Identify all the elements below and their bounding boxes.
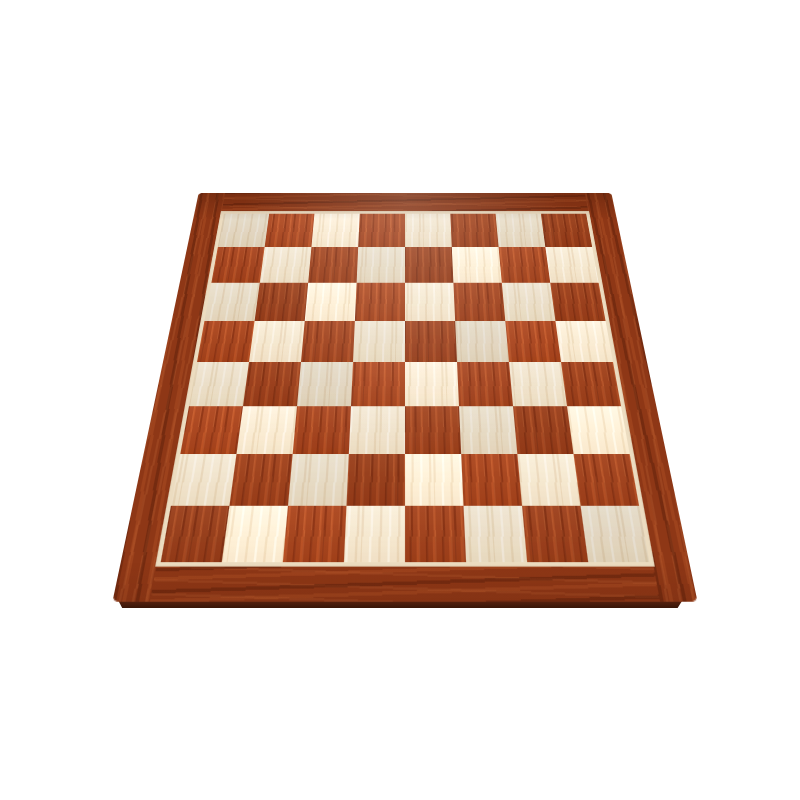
board-square-c2 <box>288 454 349 506</box>
board-square-f1 <box>464 506 528 562</box>
board-square-b3 <box>236 406 297 454</box>
board-square-f8 <box>450 214 498 247</box>
board-square-d7 <box>357 247 405 283</box>
board-square-d3 <box>349 406 405 454</box>
board-square-e7 <box>405 247 453 283</box>
board-square-a6 <box>204 283 259 321</box>
board-square-b8 <box>265 214 315 247</box>
board-square-h6 <box>550 283 605 321</box>
board-square-c3 <box>293 406 351 454</box>
board-square-b7 <box>260 247 312 283</box>
board-square-g6 <box>502 283 556 321</box>
board-square-g7 <box>499 247 551 283</box>
board-square-a5 <box>197 321 255 362</box>
board-square-e8 <box>405 214 452 247</box>
board-square-d4 <box>351 362 405 406</box>
board-square-b5 <box>249 321 305 362</box>
board-square-h2 <box>574 454 640 506</box>
board-square-f6 <box>453 283 505 321</box>
board-square-c8 <box>311 214 359 247</box>
board-square-e2 <box>405 454 464 506</box>
board-square-d1 <box>344 506 405 562</box>
board-square-d5 <box>353 321 405 362</box>
board-square-e3 <box>405 406 461 454</box>
board-square-c6 <box>305 283 357 321</box>
board-square-g2 <box>517 454 580 506</box>
board-square-b2 <box>229 454 292 506</box>
board-square-e6 <box>405 283 455 321</box>
board-square-f5 <box>455 321 509 362</box>
board-square-f7 <box>452 247 502 283</box>
board-square-e4 <box>405 362 459 406</box>
board-square-a7 <box>211 247 264 283</box>
chess-board <box>112 193 697 602</box>
board-square-c1 <box>283 506 347 562</box>
board-square-h8 <box>541 214 592 247</box>
board-square-b1 <box>222 506 288 562</box>
board-square-g4 <box>509 362 567 406</box>
board-square-a4 <box>189 362 249 406</box>
board-square-f4 <box>457 362 513 406</box>
board-square-a8 <box>218 214 269 247</box>
board-square-g5 <box>505 321 561 362</box>
board-square-h3 <box>567 406 630 454</box>
board-square-g1 <box>522 506 588 562</box>
board-square-b6 <box>255 283 309 321</box>
board-square-d2 <box>346 454 405 506</box>
board-square-f3 <box>459 406 517 454</box>
board-square-c4 <box>297 362 353 406</box>
board-square-b4 <box>243 362 301 406</box>
board-square-h4 <box>561 362 621 406</box>
board-grid <box>161 214 650 562</box>
board-square-a1 <box>161 506 230 562</box>
board-square-h1 <box>581 506 650 562</box>
photo-background <box>0 0 800 800</box>
board-square-a2 <box>171 454 237 506</box>
board-square-a3 <box>180 406 243 454</box>
board-square-e1 <box>405 506 466 562</box>
board-square-c7 <box>308 247 358 283</box>
board-square-f2 <box>461 454 522 506</box>
board-square-h7 <box>545 247 598 283</box>
board-square-c5 <box>301 321 355 362</box>
board-square-e5 <box>405 321 457 362</box>
board-square-h5 <box>555 321 613 362</box>
board-square-d6 <box>355 283 405 321</box>
board-square-g8 <box>496 214 546 247</box>
board-square-d8 <box>358 214 405 247</box>
board-square-g3 <box>513 406 574 454</box>
